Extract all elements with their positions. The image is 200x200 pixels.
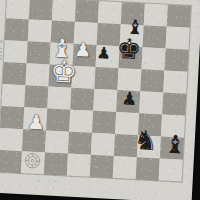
- black-king-glyph: ♚: [116, 35, 140, 64]
- piece-black-pawn-e6[interactable]: ♟: [92, 45, 116, 62]
- piece-black-king-f6[interactable]: ♚: [116, 35, 140, 64]
- white-king-glyph: ♚: [49, 57, 74, 88]
- black-bishop-glyph: ♝: [163, 132, 187, 158]
- corner-emblem-stamp: [22, 150, 43, 171]
- bottom-margin-smudge: ~ ~~: [36, 177, 58, 183]
- chessboard-photo: ♝♝♟♟♚♚♟♟♞♝ № 1558 ~ ~~: [0, 0, 200, 200]
- piece-black-knight-g2[interactable]: ♞: [133, 126, 157, 154]
- piece-white-pawn-b3[interactable]: ♟: [24, 111, 48, 132]
- piece-black-bishop-h2[interactable]: ♝: [163, 132, 187, 158]
- chess-board: ♝♝♟♟♚♚♟♟♞♝ № 1558 ~ ~~: [0, 0, 200, 200]
- black-pawn-glyph: ♟: [92, 45, 116, 62]
- white-pawn-glyph: ♟: [24, 111, 48, 132]
- piece-black-pawn-f4[interactable]: ♟: [117, 89, 141, 108]
- black-knight-glyph: ♞: [133, 126, 157, 154]
- black-pawn-glyph: ♟: [117, 89, 141, 108]
- piece-white-king-c5[interactable]: ♚: [49, 57, 74, 88]
